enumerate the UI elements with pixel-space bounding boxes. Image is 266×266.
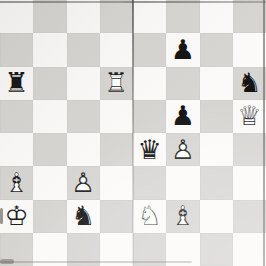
square-a7[interactable] xyxy=(0,33,33,66)
white-bishop-icon: ♗ xyxy=(5,169,29,196)
square-g3[interactable] xyxy=(200,166,233,199)
square-a3[interactable]: ♝♗ xyxy=(0,166,33,199)
white-knight-icon: ♘ xyxy=(138,202,162,229)
square-a2[interactable]: ♚♔ xyxy=(0,200,33,233)
black-rook-icon: ♜ xyxy=(5,69,29,96)
square-f7[interactable]: ♟ xyxy=(166,33,199,66)
square-b5[interactable] xyxy=(33,100,66,133)
piece-white-pawn: ♟♙ xyxy=(67,166,100,199)
black-pawn-icon: ♟ xyxy=(171,102,195,129)
square-c4[interactable] xyxy=(67,133,100,166)
square-e7[interactable] xyxy=(133,33,166,66)
chess-diagram: ♟♜♜♖♞♟♛♕♛♟♙♝♗♟♙♚♔♞♞♘♝♗ xyxy=(0,0,266,266)
square-f3[interactable] xyxy=(166,166,199,199)
square-b2[interactable] xyxy=(33,200,66,233)
piece-white-bishop: ♝♗ xyxy=(0,166,33,199)
square-h1[interactable] xyxy=(233,233,266,266)
square-f5[interactable]: ♟ xyxy=(166,100,199,133)
square-g8[interactable] xyxy=(200,0,233,33)
square-g2[interactable] xyxy=(200,200,233,233)
square-h4[interactable] xyxy=(233,133,266,166)
square-e1[interactable] xyxy=(133,233,166,266)
white-king-icon: ♔ xyxy=(5,202,29,229)
white-bishop-icon: ♗ xyxy=(171,202,195,229)
square-e4[interactable]: ♛ xyxy=(133,133,166,166)
white-queen-icon: ♕ xyxy=(237,102,261,129)
square-c3[interactable]: ♟♙ xyxy=(67,166,100,199)
square-e5[interactable] xyxy=(133,100,166,133)
square-f1[interactable] xyxy=(166,233,199,266)
white-pawn-icon: ♙ xyxy=(171,136,195,163)
square-b7[interactable] xyxy=(33,33,66,66)
square-h2[interactable] xyxy=(233,200,266,233)
square-g4[interactable] xyxy=(200,133,233,166)
square-g1[interactable] xyxy=(200,233,233,266)
square-g7[interactable] xyxy=(200,33,233,66)
square-a6[interactable]: ♜ xyxy=(0,67,33,100)
square-h5[interactable]: ♛♕ xyxy=(233,100,266,133)
piece-white-queen: ♛♕ xyxy=(233,100,266,133)
square-a8[interactable] xyxy=(0,0,33,33)
piece-black-pawn: ♟ xyxy=(166,100,199,133)
white-pawn-icon: ♙ xyxy=(71,169,95,196)
square-b3[interactable] xyxy=(33,166,66,199)
square-c7[interactable] xyxy=(67,33,100,66)
square-g6[interactable] xyxy=(200,67,233,100)
piece-black-queen: ♛ xyxy=(133,133,166,166)
piece-black-knight: ♞ xyxy=(67,200,100,233)
square-f4[interactable]: ♟♙ xyxy=(166,133,199,166)
piece-black-rook: ♜ xyxy=(0,67,33,100)
square-d2[interactable] xyxy=(100,200,133,233)
piece-black-knight: ♞ xyxy=(233,67,266,100)
square-f6[interactable] xyxy=(166,67,199,100)
square-a5[interactable] xyxy=(0,100,33,133)
square-c1[interactable] xyxy=(67,233,100,266)
piece-white-king: ♚♔ xyxy=(0,200,33,233)
square-b4[interactable] xyxy=(33,133,66,166)
square-b8[interactable] xyxy=(33,0,66,33)
square-b1[interactable] xyxy=(33,233,66,266)
piece-white-bishop: ♝♗ xyxy=(166,200,199,233)
piece-white-pawn: ♟♙ xyxy=(166,133,199,166)
square-c5[interactable] xyxy=(67,100,100,133)
square-c6[interactable] xyxy=(67,67,100,100)
square-d8[interactable] xyxy=(100,0,133,33)
square-e2[interactable]: ♞♘ xyxy=(133,200,166,233)
square-g5[interactable] xyxy=(200,100,233,133)
square-d1[interactable] xyxy=(100,233,133,266)
black-pawn-icon: ♟ xyxy=(171,36,195,63)
white-rook-icon: ♖ xyxy=(104,69,128,96)
square-c8[interactable] xyxy=(67,0,100,33)
black-queen-icon: ♛ xyxy=(138,136,162,163)
piece-white-rook: ♜♖ xyxy=(100,67,133,100)
square-a1[interactable] xyxy=(0,233,33,266)
black-knight-icon: ♞ xyxy=(71,202,95,229)
square-a4[interactable] xyxy=(0,133,33,166)
square-f2[interactable]: ♝♗ xyxy=(166,200,199,233)
black-knight-icon: ♞ xyxy=(237,69,261,96)
chess-board: ♟♜♜♖♞♟♛♕♛♟♙♝♗♟♙♚♔♞♞♘♝♗ xyxy=(0,0,266,266)
square-d4[interactable] xyxy=(100,133,133,166)
square-e8[interactable] xyxy=(133,0,166,33)
square-b6[interactable] xyxy=(33,67,66,100)
square-c2[interactable]: ♞ xyxy=(67,200,100,233)
square-d7[interactable] xyxy=(100,33,133,66)
square-f8[interactable] xyxy=(166,0,199,33)
piece-white-knight: ♞♘ xyxy=(133,200,166,233)
square-d6[interactable]: ♜♖ xyxy=(100,67,133,100)
square-e6[interactable] xyxy=(133,67,166,100)
square-h3[interactable] xyxy=(233,166,266,199)
square-d5[interactable] xyxy=(100,100,133,133)
square-h6[interactable]: ♞ xyxy=(233,67,266,100)
square-h8[interactable] xyxy=(233,0,266,33)
piece-black-pawn: ♟ xyxy=(166,33,199,66)
square-h7[interactable] xyxy=(233,33,266,66)
square-e3[interactable] xyxy=(133,166,166,199)
square-d3[interactable] xyxy=(100,166,133,199)
